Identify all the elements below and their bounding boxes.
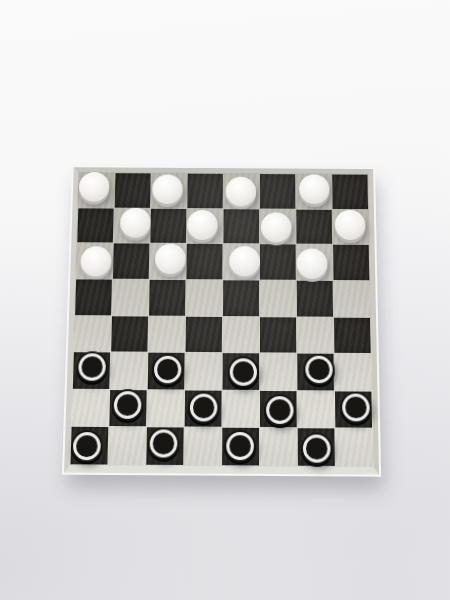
- piece-white[interactable]: [186, 210, 217, 240]
- piece-black[interactable]: [75, 352, 107, 384]
- square-r3c1[interactable]: [76, 243, 113, 278]
- piece-black[interactable]: [111, 389, 143, 421]
- piece-white[interactable]: [225, 177, 255, 207]
- square-r8c4[interactable]: [184, 428, 221, 465]
- square-r8c3[interactable]: [146, 428, 183, 465]
- square-r6c4[interactable]: [185, 353, 222, 389]
- square-r7c6[interactable]: [260, 391, 297, 428]
- square-r1c5[interactable]: [224, 174, 259, 208]
- square-r1c8[interactable]: [332, 175, 368, 209]
- square-r5c6[interactable]: [260, 317, 296, 353]
- square-r2c3[interactable]: [150, 208, 186, 243]
- square-r7c8[interactable]: [335, 391, 372, 428]
- board-frame: [64, 167, 379, 474]
- square-r3c4[interactable]: [186, 244, 222, 279]
- piece-black[interactable]: [70, 430, 103, 462]
- board-grid: [69, 172, 373, 467]
- piece-black[interactable]: [264, 394, 296, 426]
- square-r6c1[interactable]: [73, 352, 110, 388]
- photo-background: [0, 0, 450, 600]
- square-r7c3[interactable]: [147, 390, 184, 427]
- square-r4c3[interactable]: [149, 280, 185, 316]
- square-r6c6[interactable]: [260, 353, 296, 389]
- piece-white[interactable]: [80, 246, 112, 277]
- square-r3c7[interactable]: [297, 245, 333, 280]
- square-r2c1[interactable]: [77, 208, 113, 243]
- square-r6c5[interactable]: [223, 353, 259, 389]
- square-r1c2[interactable]: [115, 173, 151, 207]
- piece-white[interactable]: [119, 208, 150, 238]
- square-r4c7[interactable]: [297, 281, 333, 317]
- square-r2c5[interactable]: [223, 209, 259, 244]
- square-r6c8[interactable]: [334, 354, 371, 390]
- square-r6c2[interactable]: [110, 353, 147, 389]
- square-r7c2[interactable]: [109, 390, 146, 427]
- square-r4c5[interactable]: [223, 280, 259, 316]
- square-r2c6[interactable]: [260, 209, 296, 244]
- square-r2c2[interactable]: [114, 208, 150, 243]
- piece-white[interactable]: [334, 210, 365, 240]
- square-r7c1[interactable]: [72, 390, 110, 427]
- square-r3c3[interactable]: [150, 244, 186, 279]
- piece-white[interactable]: [296, 248, 327, 279]
- square-r5c2[interactable]: [111, 316, 148, 352]
- square-r6c7[interactable]: [297, 354, 334, 390]
- square-r1c6[interactable]: [260, 174, 295, 208]
- square-r7c5[interactable]: [222, 390, 259, 427]
- square-r5c3[interactable]: [148, 316, 185, 352]
- square-r4c1[interactable]: [75, 279, 112, 315]
- piece-black[interactable]: [300, 432, 332, 464]
- square-r6c3[interactable]: [148, 353, 185, 389]
- piece-black[interactable]: [303, 354, 335, 386]
- piece-white[interactable]: [154, 243, 185, 274]
- square-r8c5[interactable]: [222, 428, 259, 465]
- piece-white[interactable]: [229, 246, 260, 277]
- piece-black[interactable]: [339, 392, 371, 424]
- square-r3c8[interactable]: [333, 245, 369, 280]
- square-r5c1[interactable]: [74, 316, 111, 352]
- square-r4c2[interactable]: [112, 280, 149, 316]
- square-r5c4[interactable]: [186, 316, 222, 352]
- checkers-board: [64, 167, 379, 474]
- square-r4c6[interactable]: [260, 280, 296, 316]
- square-r8c2[interactable]: [108, 427, 146, 464]
- piece-white[interactable]: [260, 212, 291, 242]
- square-r1c4[interactable]: [187, 174, 223, 208]
- square-r1c1[interactable]: [78, 173, 114, 207]
- square-r1c7[interactable]: [296, 174, 332, 208]
- piece-white[interactable]: [299, 175, 330, 205]
- square-r8c7[interactable]: [298, 429, 335, 466]
- piece-black[interactable]: [187, 392, 219, 424]
- square-r3c5[interactable]: [223, 244, 259, 279]
- piece-black[interactable]: [147, 427, 179, 459]
- square-r4c8[interactable]: [334, 281, 370, 317]
- piece-white[interactable]: [152, 175, 183, 205]
- piece-black[interactable]: [224, 429, 256, 461]
- square-r5c5[interactable]: [223, 317, 259, 353]
- square-r2c8[interactable]: [333, 210, 369, 245]
- square-r8c1[interactable]: [70, 427, 108, 464]
- piece-white[interactable]: [78, 172, 109, 202]
- square-r3c2[interactable]: [113, 244, 149, 279]
- square-r5c7[interactable]: [297, 317, 333, 353]
- square-r2c7[interactable]: [296, 209, 332, 244]
- piece-black[interactable]: [227, 357, 258, 389]
- square-r5c8[interactable]: [334, 317, 371, 353]
- square-r1c3[interactable]: [151, 173, 187, 207]
- square-r2c4[interactable]: [187, 209, 223, 244]
- square-r4c4[interactable]: [186, 280, 222, 316]
- square-r3c6[interactable]: [260, 245, 296, 280]
- square-r8c6[interactable]: [260, 428, 297, 465]
- square-r7c7[interactable]: [297, 391, 334, 428]
- square-r8c8[interactable]: [335, 429, 372, 466]
- piece-black[interactable]: [151, 354, 183, 386]
- square-r7c4[interactable]: [185, 390, 222, 427]
